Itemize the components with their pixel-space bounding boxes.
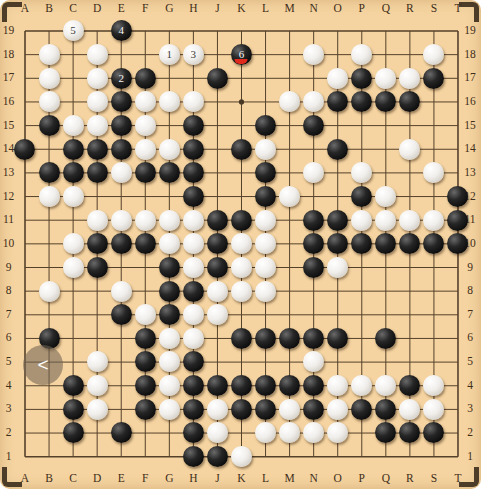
white-stone-H16[interactable] [183, 91, 204, 112]
white-stone-Q4[interactable] [375, 375, 396, 396]
coord-col-label: F [142, 473, 148, 485]
coord-col-label: P [359, 3, 365, 15]
previous-move-button[interactable]: < [23, 345, 63, 385]
frame-corner-ornament [459, 2, 479, 22]
black-stone-R4[interactable] [399, 375, 420, 396]
white-stone-E11[interactable] [111, 210, 132, 231]
black-stone-B15[interactable] [39, 115, 60, 136]
black-stone-N11[interactable] [303, 210, 324, 231]
coord-col-label: L [262, 3, 269, 15]
white-stone-C12[interactable] [63, 186, 84, 207]
white-stone-D11[interactable] [87, 210, 108, 231]
white-stone-L14[interactable] [255, 139, 276, 160]
frame-corner-ornament [459, 467, 479, 487]
coord-col-label: J [215, 3, 219, 15]
white-stone-Q12[interactable] [375, 186, 396, 207]
black-stone-S17[interactable] [423, 68, 444, 89]
black-stone-A14[interactable] [14, 139, 35, 160]
black-stone-K6[interactable] [231, 328, 252, 349]
frame-corner-ornament [2, 467, 22, 487]
black-stone-E7[interactable] [111, 304, 132, 325]
black-stone-H1[interactable] [183, 446, 204, 467]
black-stone-K18[interactable]: 6 [231, 44, 252, 65]
coord-col-label: C [69, 473, 77, 485]
black-stone-E17[interactable]: 2 [111, 68, 132, 89]
white-stone-D15[interactable] [87, 115, 108, 136]
white-stone-G16[interactable] [159, 91, 180, 112]
black-stone-C13[interactable] [63, 162, 84, 183]
black-stone-L6[interactable] [255, 328, 276, 349]
black-stone-L13[interactable] [255, 162, 276, 183]
white-stone-S3[interactable] [423, 399, 444, 420]
coord-col-label: R [406, 473, 414, 485]
black-stone-H5[interactable] [183, 351, 204, 372]
white-stone-N2[interactable] [303, 422, 324, 443]
black-stone-D13[interactable] [87, 162, 108, 183]
coord-row-label: 3 [6, 404, 12, 416]
chevron-left-icon: < [37, 354, 48, 376]
coord-row-label: 8 [6, 285, 12, 297]
black-stone-K11[interactable] [231, 210, 252, 231]
coord-row-label: 1 [6, 451, 12, 463]
coord-col-label: N [310, 3, 318, 15]
black-stone-E10[interactable] [111, 233, 132, 254]
white-stone-M12[interactable] [279, 186, 300, 207]
black-stone-O16[interactable] [327, 91, 348, 112]
black-stone-F3[interactable] [135, 399, 156, 420]
white-stone-O4[interactable] [327, 375, 348, 396]
white-stone-J2[interactable] [207, 422, 228, 443]
move-number-label: 5 [63, 20, 84, 41]
black-stone-O6[interactable] [327, 328, 348, 349]
white-stone-N18[interactable] [303, 44, 324, 65]
white-stone-R14[interactable] [399, 139, 420, 160]
coord-col-label: P [359, 473, 365, 485]
white-stone-F7[interactable] [135, 304, 156, 325]
white-stone-Q17[interactable] [375, 68, 396, 89]
black-stone-Q6[interactable] [375, 328, 396, 349]
white-stone-G5[interactable] [159, 351, 180, 372]
black-stone-Q16[interactable] [375, 91, 396, 112]
black-stone-F6[interactable] [135, 328, 156, 349]
coord-row-label: 4 [6, 380, 12, 392]
coord-col-label: K [237, 3, 245, 15]
white-stone-M2[interactable] [279, 422, 300, 443]
white-stone-F14[interactable] [135, 139, 156, 160]
move-number-label: 1 [159, 44, 180, 65]
coord-col-label: D [93, 473, 101, 485]
current-move-marker [235, 59, 248, 64]
white-stone-K10[interactable] [231, 233, 252, 254]
black-stone-R2[interactable] [399, 422, 420, 443]
black-stone-N9[interactable] [303, 257, 324, 278]
coord-col-label: B [45, 3, 53, 15]
coord-col-label: Q [382, 473, 390, 485]
black-stone-O14[interactable] [327, 139, 348, 160]
white-stone-Q11[interactable] [375, 210, 396, 231]
black-stone-K14[interactable] [231, 139, 252, 160]
coord-row-label: 2 [6, 427, 12, 439]
coord-col-label: E [118, 473, 125, 485]
coord-col-label: D [93, 3, 101, 15]
white-stone-O17[interactable] [327, 68, 348, 89]
black-stone-O11[interactable] [327, 210, 348, 231]
black-stone-P17[interactable] [351, 68, 372, 89]
white-stone-B17[interactable] [39, 68, 60, 89]
white-stone-G18[interactable]: 1 [159, 44, 180, 65]
black-stone-C3[interactable] [63, 399, 84, 420]
white-stone-C10[interactable] [63, 233, 84, 254]
white-stone-J7[interactable] [207, 304, 228, 325]
black-stone-S10[interactable] [423, 233, 444, 254]
coord-col-label: H [189, 473, 197, 485]
white-stone-P11[interactable] [351, 210, 372, 231]
white-stone-H6[interactable] [183, 328, 204, 349]
black-stone-C14[interactable] [63, 139, 84, 160]
white-stone-K1[interactable] [231, 446, 252, 467]
black-stone-G8[interactable] [159, 281, 180, 302]
black-stone-J9[interactable] [207, 257, 228, 278]
coord-col-label: C [69, 3, 77, 15]
coord-row-label: 6 [6, 333, 12, 345]
white-stone-R3[interactable] [399, 399, 420, 420]
black-stone-J1[interactable] [207, 446, 228, 467]
move-number-label: 4 [111, 20, 132, 41]
black-stone-E2[interactable] [111, 422, 132, 443]
white-stone-R17[interactable] [399, 68, 420, 89]
black-stone-T12[interactable] [447, 186, 468, 207]
white-stone-H10[interactable] [183, 233, 204, 254]
black-stone-D9[interactable] [87, 257, 108, 278]
black-stone-P16[interactable] [351, 91, 372, 112]
black-stone-T10[interactable] [447, 233, 468, 254]
black-stone-R16[interactable] [399, 91, 420, 112]
black-stone-K3[interactable] [231, 399, 252, 420]
black-stone-C2[interactable] [63, 422, 84, 443]
coord-col-label: R [406, 3, 414, 15]
black-stone-J10[interactable] [207, 233, 228, 254]
black-stone-R10[interactable] [399, 233, 420, 254]
coord-col-label: E [118, 3, 125, 15]
black-stone-N6[interactable] [303, 328, 324, 349]
white-stone-B8[interactable] [39, 281, 60, 302]
black-stone-Q3[interactable] [375, 399, 396, 420]
white-stone-D16[interactable] [87, 91, 108, 112]
coord-row-label: 5 [6, 356, 12, 368]
white-stone-H11[interactable] [183, 210, 204, 231]
white-stone-F11[interactable] [135, 210, 156, 231]
move-number-label: 2 [111, 68, 132, 89]
black-stone-K4[interactable] [231, 375, 252, 396]
white-stone-N5[interactable] [303, 351, 324, 372]
white-stone-C15[interactable] [63, 115, 84, 136]
white-stone-F15[interactable] [135, 115, 156, 136]
black-stone-C4[interactable] [63, 375, 84, 396]
black-stone-H12[interactable] [183, 186, 204, 207]
coord-row-label: 7 [6, 309, 12, 321]
coord-col-label: H [189, 3, 197, 15]
coord-col-label: S [431, 3, 437, 15]
black-stone-F4[interactable] [135, 375, 156, 396]
white-stone-M3[interactable] [279, 399, 300, 420]
black-stone-N10[interactable] [303, 233, 324, 254]
white-stone-B18[interactable] [39, 44, 60, 65]
coord-col-label: Q [382, 3, 390, 15]
white-stone-G14[interactable] [159, 139, 180, 160]
white-stone-E8[interactable] [111, 281, 132, 302]
coord-col-label: N [310, 473, 318, 485]
white-stone-D4[interactable] [87, 375, 108, 396]
coord-col-label: S [431, 473, 437, 485]
coord-col-label: M [284, 473, 294, 485]
black-stone-P12[interactable] [351, 186, 372, 207]
black-stone-L15[interactable] [255, 115, 276, 136]
white-stone-N13[interactable] [303, 162, 324, 183]
coord-col-label: O [334, 473, 342, 485]
white-stone-P18[interactable] [351, 44, 372, 65]
white-stone-H7[interactable] [183, 304, 204, 325]
white-stone-R11[interactable] [399, 210, 420, 231]
coord-col-label: M [284, 3, 294, 15]
stone-layer: 462513 [13, 19, 470, 468]
black-stone-D14[interactable] [87, 139, 108, 160]
white-stone-P4[interactable] [351, 375, 372, 396]
frame-corner-ornament [2, 2, 22, 22]
black-stone-G9[interactable] [159, 257, 180, 278]
black-stone-L3[interactable] [255, 399, 276, 420]
go-app-screen: AABBCCDDEEFFGGHHJJKKLLMMNNOOPPQQRRSSTT19… [0, 0, 487, 489]
coord-col-label: G [165, 3, 173, 15]
white-stone-F16[interactable] [135, 91, 156, 112]
white-stone-K9[interactable] [231, 257, 252, 278]
black-stone-F10[interactable] [135, 233, 156, 254]
black-stone-M6[interactable] [279, 328, 300, 349]
white-stone-O3[interactable] [327, 399, 348, 420]
black-stone-J17[interactable] [207, 68, 228, 89]
black-stone-L4[interactable] [255, 375, 276, 396]
white-stone-G4[interactable] [159, 375, 180, 396]
black-stone-N3[interactable] [303, 399, 324, 420]
black-stone-O10[interactable] [327, 233, 348, 254]
black-stone-N4[interactable] [303, 375, 324, 396]
black-stone-E16[interactable] [111, 91, 132, 112]
white-stone-O2[interactable] [327, 422, 348, 443]
white-stone-B16[interactable] [39, 91, 60, 112]
black-stone-E19[interactable]: 4 [111, 20, 132, 41]
black-stone-H15[interactable] [183, 115, 204, 136]
black-stone-E14[interactable] [111, 139, 132, 160]
black-stone-H13[interactable] [183, 162, 204, 183]
white-stone-J8[interactable] [207, 281, 228, 302]
black-stone-G7[interactable] [159, 304, 180, 325]
black-stone-H8[interactable] [183, 281, 204, 302]
coord-col-label: F [142, 3, 148, 15]
black-stone-G13[interactable] [159, 162, 180, 183]
black-stone-H14[interactable] [183, 139, 204, 160]
coord-col-label: L [262, 473, 269, 485]
black-stone-T11[interactable] [447, 210, 468, 231]
black-stone-F17[interactable] [135, 68, 156, 89]
coord-col-label: G [165, 473, 173, 485]
white-stone-D18[interactable] [87, 44, 108, 65]
white-stone-B12[interactable] [39, 186, 60, 207]
white-stone-C9[interactable] [63, 257, 84, 278]
white-stone-N16[interactable] [303, 91, 324, 112]
black-stone-P3[interactable] [351, 399, 372, 420]
white-stone-S4[interactable] [423, 375, 444, 396]
coord-col-label: J [215, 473, 219, 485]
black-stone-H2[interactable] [183, 422, 204, 443]
white-stone-L8[interactable] [255, 281, 276, 302]
white-stone-L10[interactable] [255, 233, 276, 254]
white-stone-C19[interactable]: 5 [63, 20, 84, 41]
black-stone-E15[interactable] [111, 115, 132, 136]
black-stone-B13[interactable] [39, 162, 60, 183]
coord-col-label: O [334, 3, 342, 15]
black-stone-H3[interactable] [183, 399, 204, 420]
coord-col-label: A [21, 473, 29, 485]
black-stone-Q2[interactable] [375, 422, 396, 443]
coord-col-label: K [237, 473, 245, 485]
white-stone-G6[interactable] [159, 328, 180, 349]
white-stone-S13[interactable] [423, 162, 444, 183]
black-stone-F13[interactable] [135, 162, 156, 183]
white-stone-K8[interactable] [231, 281, 252, 302]
white-stone-L9[interactable] [255, 257, 276, 278]
black-stone-J11[interactable] [207, 210, 228, 231]
white-stone-L11[interactable] [255, 210, 276, 231]
white-stone-P13[interactable] [351, 162, 372, 183]
go-board: AABBCCDDEEFFGGHHJJKKLLMMNNOOPPQQRRSSTT19… [0, 0, 481, 489]
coord-col-label: B [45, 473, 53, 485]
white-stone-E13[interactable] [111, 162, 132, 183]
white-stone-G3[interactable] [159, 399, 180, 420]
black-stone-H4[interactable] [183, 375, 204, 396]
black-stone-N15[interactable] [303, 115, 324, 136]
black-stone-D10[interactable] [87, 233, 108, 254]
black-stone-Q10[interactable] [375, 233, 396, 254]
white-stone-M16[interactable] [279, 91, 300, 112]
black-stone-J4[interactable] [207, 375, 228, 396]
white-stone-G10[interactable] [159, 233, 180, 254]
coord-row-label: 9 [6, 262, 12, 274]
white-stone-S11[interactable] [423, 210, 444, 231]
black-stone-M4[interactable] [279, 375, 300, 396]
white-stone-D3[interactable] [87, 399, 108, 420]
white-stone-L2[interactable] [255, 422, 276, 443]
white-stone-O9[interactable] [327, 257, 348, 278]
white-stone-D17[interactable] [87, 68, 108, 89]
white-stone-H18[interactable]: 3 [183, 44, 204, 65]
white-stone-J3[interactable] [207, 399, 228, 420]
white-stone-G11[interactable] [159, 210, 180, 231]
white-stone-S18[interactable] [423, 44, 444, 65]
coord-col-label: A [21, 3, 29, 15]
move-number-label: 3 [183, 44, 204, 65]
black-stone-P10[interactable] [351, 233, 372, 254]
white-stone-D5[interactable] [87, 351, 108, 372]
black-stone-S2[interactable] [423, 422, 444, 443]
white-stone-H9[interactable] [183, 257, 204, 278]
black-stone-L12[interactable] [255, 186, 276, 207]
black-stone-F5[interactable] [135, 351, 156, 372]
